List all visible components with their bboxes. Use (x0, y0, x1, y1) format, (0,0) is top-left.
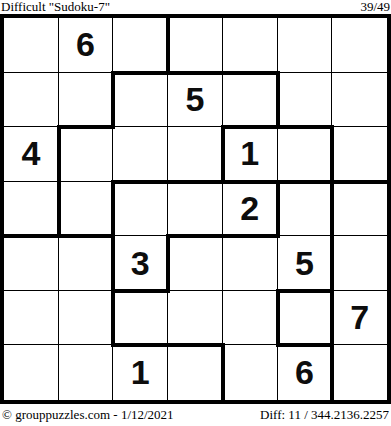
given-digit: 4 (21, 134, 40, 173)
region-border-horizontal (221, 71, 280, 75)
given-digit: 5 (295, 244, 314, 283)
cell-empty-r1c6[interactable] (278, 18, 333, 73)
region-border-horizontal (111, 289, 170, 293)
given-digit: 6 (295, 353, 314, 392)
cell-empty-r6c5[interactable] (223, 291, 278, 346)
region-border-vertical (276, 180, 280, 239)
region-border-vertical (330, 289, 334, 348)
difficulty-text: Diff: 11 / 344.2136.2257 (260, 406, 389, 424)
region-border-horizontal (276, 343, 335, 347)
cell-empty-r6c6[interactable] (278, 291, 333, 346)
region-border-vertical (57, 180, 61, 239)
cell-given-r6c7[interactable]: 7 (332, 291, 387, 346)
cell-given-r4c5[interactable]: 2 (223, 182, 278, 237)
cell-empty-r5c4[interactable] (168, 236, 223, 291)
given-digit: 1 (131, 353, 150, 392)
region-border-vertical (221, 343, 225, 402)
region-border-vertical (111, 234, 115, 293)
cell-empty-r3c3[interactable] (113, 127, 168, 182)
given-digit: 1 (240, 134, 259, 173)
region-border-horizontal (221, 125, 280, 129)
region-border-vertical (111, 180, 115, 239)
cell-empty-r5c7[interactable] (332, 236, 387, 291)
sudoku-grid: 6541235716 (4, 18, 387, 400)
puzzle-title: Difficult "Sudoku-7" (1, 0, 110, 13)
region-border-vertical (330, 343, 334, 402)
region-border-horizontal (330, 180, 389, 184)
cell-given-r2c4[interactable]: 5 (168, 73, 223, 128)
region-border-vertical (166, 16, 170, 75)
region-border-horizontal (111, 180, 170, 184)
page-footer: © grouppuzzles.com - 1/12/2021 Diff: 11 … (0, 406, 391, 426)
cell-empty-r3c7[interactable] (332, 127, 387, 182)
cell-empty-r4c3[interactable] (113, 182, 168, 237)
given-digit: 6 (76, 25, 95, 64)
given-digit: 5 (186, 80, 205, 119)
page-header: Difficult "Sudoku-7" 39/49 (0, 0, 391, 14)
cell-empty-r5c5[interactable] (223, 236, 278, 291)
cell-empty-r3c2[interactable] (59, 127, 114, 182)
cell-empty-r2c5[interactable] (223, 73, 278, 128)
cell-empty-r4c4[interactable] (168, 182, 223, 237)
cell-empty-r6c3[interactable] (113, 291, 168, 346)
region-border-horizontal (111, 343, 170, 347)
cell-given-r7c3[interactable]: 1 (113, 345, 168, 400)
region-border-vertical (166, 234, 170, 293)
cell-empty-r2c1[interactable] (4, 73, 59, 128)
cell-empty-r5c1[interactable] (4, 236, 59, 291)
copyright-text: © grouppuzzles.com - 1/12/2021 (2, 406, 174, 424)
cell-empty-r5c2[interactable] (59, 236, 114, 291)
region-border-horizontal (276, 289, 335, 293)
cell-empty-r7c7[interactable] (332, 345, 387, 400)
cell-empty-r6c4[interactable] (168, 291, 223, 346)
cell-empty-r4c2[interactable] (59, 182, 114, 237)
region-border-vertical (330, 125, 334, 184)
region-border-horizontal (111, 71, 170, 75)
region-border-vertical (276, 71, 280, 130)
cell-given-r1c2[interactable]: 6 (59, 18, 114, 73)
region-border-vertical (330, 234, 334, 293)
region-border-horizontal (276, 180, 335, 184)
region-border-vertical (57, 125, 61, 184)
given-digit: 3 (131, 244, 150, 283)
sudoku-board: 6541235716 (0, 14, 391, 404)
cell-empty-r3c4[interactable] (168, 127, 223, 182)
remaining-counter: 39/49 (360, 0, 390, 13)
region-border-horizontal (2, 234, 61, 238)
region-border-horizontal (221, 180, 280, 184)
cell-empty-r1c7[interactable] (332, 18, 387, 73)
region-border-vertical (111, 71, 115, 130)
cell-empty-r4c1[interactable] (4, 182, 59, 237)
cell-empty-r1c4[interactable] (168, 18, 223, 73)
cell-given-r5c6[interactable]: 5 (278, 236, 333, 291)
region-border-horizontal (276, 125, 335, 129)
region-border-horizontal (166, 180, 225, 184)
cell-empty-r2c3[interactable] (113, 73, 168, 128)
cell-empty-r1c5[interactable] (223, 18, 278, 73)
region-border-horizontal (221, 234, 280, 238)
cell-empty-r1c3[interactable] (113, 18, 168, 73)
cell-empty-r6c1[interactable] (4, 291, 59, 346)
cell-empty-r2c7[interactable] (332, 73, 387, 128)
region-border-horizontal (166, 343, 225, 347)
region-border-vertical (330, 180, 334, 239)
cell-given-r3c5[interactable]: 1 (223, 127, 278, 182)
cell-empty-r1c1[interactable] (4, 18, 59, 73)
cell-empty-r6c2[interactable] (59, 291, 114, 346)
cell-given-r3c1[interactable]: 4 (4, 127, 59, 182)
cell-empty-r7c5[interactable] (223, 345, 278, 400)
cell-empty-r7c1[interactable] (4, 345, 59, 400)
cell-given-r5c3[interactable]: 3 (113, 236, 168, 291)
region-border-horizontal (57, 234, 116, 238)
given-digit: 7 (350, 298, 369, 337)
region-border-horizontal (166, 234, 225, 238)
region-border-horizontal (57, 125, 116, 129)
cell-empty-r7c4[interactable] (168, 345, 223, 400)
cell-given-r7c6[interactable]: 6 (278, 345, 333, 400)
region-border-vertical (276, 289, 280, 348)
region-border-horizontal (166, 71, 225, 75)
cell-empty-r2c6[interactable] (278, 73, 333, 128)
cell-empty-r4c6[interactable] (278, 182, 333, 237)
region-border-vertical (111, 289, 115, 348)
given-digit: 2 (240, 189, 259, 228)
cell-empty-r4c7[interactable] (332, 182, 387, 237)
cell-empty-r2c2[interactable] (59, 73, 114, 128)
cell-empty-r3c6[interactable] (278, 127, 333, 182)
region-border-vertical (221, 125, 225, 184)
cell-empty-r7c2[interactable] (59, 345, 114, 400)
